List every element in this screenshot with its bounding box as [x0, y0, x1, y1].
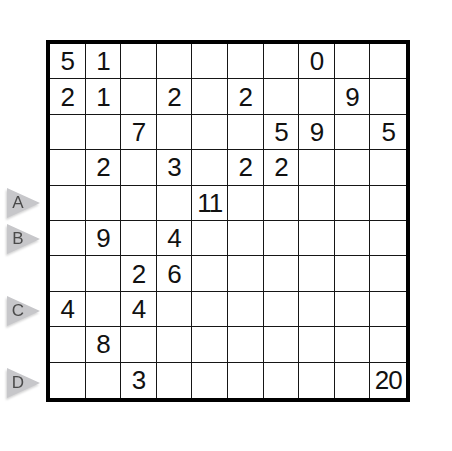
cell-r8c10[interactable]	[370, 292, 406, 327]
answer-row-marker-d: D	[7, 368, 40, 398]
marker-label-a: A	[7, 188, 29, 218]
cell-r9c7[interactable]	[264, 327, 300, 362]
cell-r8c2[interactable]	[86, 292, 122, 327]
cell-r1c9[interactable]	[335, 44, 371, 79]
cell-r10c9[interactable]	[335, 363, 371, 398]
cell-r4c10[interactable]	[370, 150, 406, 185]
cell-r5c7[interactable]	[264, 186, 300, 221]
cell-r2c3[interactable]	[121, 79, 157, 114]
cell-r7c5[interactable]	[192, 256, 228, 291]
cell-r4c7-clue[interactable]: 2	[264, 150, 300, 185]
cell-r9c3[interactable]	[121, 327, 157, 362]
cell-r5c4[interactable]	[157, 186, 193, 221]
cell-r7c8[interactable]	[299, 256, 335, 291]
cell-r2c8[interactable]	[299, 79, 335, 114]
cell-r9c1[interactable]	[50, 327, 86, 362]
answer-row-marker-a: A	[7, 188, 40, 218]
answer-row-marker-c: C	[7, 296, 40, 326]
cell-r1c8-clue[interactable]: 0	[299, 44, 335, 79]
cell-r5c9[interactable]	[335, 186, 371, 221]
puzzle-grid: 5102122975952322119426448320	[46, 40, 410, 402]
cell-r10c8[interactable]	[299, 363, 335, 398]
cell-r8c1-clue[interactable]: 4	[50, 292, 86, 327]
cell-r4c4-clue[interactable]: 3	[157, 150, 193, 185]
marker-label-b: B	[7, 224, 29, 254]
cell-r4c1[interactable]	[50, 150, 86, 185]
cell-r2c5[interactable]	[192, 79, 228, 114]
cell-r10c10-clue[interactable]: 20	[370, 363, 406, 398]
cell-r3c9[interactable]	[335, 115, 371, 150]
cell-r5c2[interactable]	[86, 186, 122, 221]
cell-r9c2-clue[interactable]: 8	[86, 327, 122, 362]
cell-r3c5[interactable]	[192, 115, 228, 150]
cell-r10c7[interactable]	[264, 363, 300, 398]
cell-r3c8-clue[interactable]: 9	[299, 115, 335, 150]
cell-r10c3-clue[interactable]: 3	[121, 363, 157, 398]
cell-r6c6[interactable]	[228, 221, 264, 256]
cell-r5c5-clue[interactable]: 11	[192, 186, 228, 221]
cell-r2c2-clue[interactable]: 1	[86, 79, 122, 114]
cell-r7c3-clue[interactable]: 2	[121, 256, 157, 291]
marker-label-c: C	[7, 296, 29, 326]
cell-r4c5[interactable]	[192, 150, 228, 185]
cell-r6c4-clue[interactable]: 4	[157, 221, 193, 256]
cell-r1c2-clue[interactable]: 1	[86, 44, 122, 79]
cell-r4c8[interactable]	[299, 150, 335, 185]
cell-r4c2-clue[interactable]: 2	[86, 150, 122, 185]
cell-r1c7[interactable]	[264, 44, 300, 79]
cell-r6c2-clue[interactable]: 9	[86, 221, 122, 256]
cell-r8c5[interactable]	[192, 292, 228, 327]
cell-r1c3[interactable]	[121, 44, 157, 79]
cell-r8c8[interactable]	[299, 292, 335, 327]
cell-r6c1[interactable]	[50, 221, 86, 256]
cell-r10c6[interactable]	[228, 363, 264, 398]
cell-r7c7[interactable]	[264, 256, 300, 291]
cell-r3c2[interactable]	[86, 115, 122, 150]
cell-r2c10[interactable]	[370, 79, 406, 114]
cell-r2c6-clue[interactable]: 2	[228, 79, 264, 114]
cell-r9c8[interactable]	[299, 327, 335, 362]
cell-r1c5[interactable]	[192, 44, 228, 79]
cell-r2c4-clue[interactable]: 2	[157, 79, 193, 114]
cell-r2c1-clue[interactable]: 2	[50, 79, 86, 114]
cell-r3c10-clue[interactable]: 5	[370, 115, 406, 150]
cell-r1c6[interactable]	[228, 44, 264, 79]
cell-r8c7[interactable]	[264, 292, 300, 327]
cell-r7c6[interactable]	[228, 256, 264, 291]
cell-r2c7[interactable]	[264, 79, 300, 114]
cell-r5c1[interactable]	[50, 186, 86, 221]
cell-r5c10[interactable]	[370, 186, 406, 221]
cell-r8c6[interactable]	[228, 292, 264, 327]
answer-row-marker-b: B	[7, 224, 40, 254]
cell-r7c9[interactable]	[335, 256, 371, 291]
cell-r4c6-clue[interactable]: 2	[228, 150, 264, 185]
cell-r9c9[interactable]	[335, 327, 371, 362]
cell-r5c8[interactable]	[299, 186, 335, 221]
cell-r1c10[interactable]	[370, 44, 406, 79]
cell-r10c2[interactable]	[86, 363, 122, 398]
cell-r9c4[interactable]	[157, 327, 193, 362]
cell-r10c1[interactable]	[50, 363, 86, 398]
cell-r9c10[interactable]	[370, 327, 406, 362]
cell-r6c8[interactable]	[299, 221, 335, 256]
cell-r8c9[interactable]	[335, 292, 371, 327]
cell-r1c1-clue[interactable]: 5	[50, 44, 86, 79]
cell-r3c4[interactable]	[157, 115, 193, 150]
cell-r3c7-clue[interactable]: 5	[264, 115, 300, 150]
cell-r8c3-clue[interactable]: 4	[121, 292, 157, 327]
cell-r9c6[interactable]	[228, 327, 264, 362]
cell-r6c5[interactable]	[192, 221, 228, 256]
cell-r5c3[interactable]	[121, 186, 157, 221]
cell-r3c1[interactable]	[50, 115, 86, 150]
cell-r6c9[interactable]	[335, 221, 371, 256]
cell-r6c7[interactable]	[264, 221, 300, 256]
cell-r10c4[interactable]	[157, 363, 193, 398]
cell-r2c9-clue[interactable]: 9	[335, 79, 371, 114]
cell-r1c4[interactable]	[157, 44, 193, 79]
cell-r3c6[interactable]	[228, 115, 264, 150]
cell-r7c4-clue[interactable]: 6	[157, 256, 193, 291]
cell-r3c3-clue[interactable]: 7	[121, 115, 157, 150]
cell-r9c5[interactable]	[192, 327, 228, 362]
cell-r10c5[interactable]	[192, 363, 228, 398]
cell-r4c9[interactable]	[335, 150, 371, 185]
cell-r7c2[interactable]	[86, 256, 122, 291]
cell-r7c10[interactable]	[370, 256, 406, 291]
cell-r7c1[interactable]	[50, 256, 86, 291]
cell-r5c6[interactable]	[228, 186, 264, 221]
marker-label-d: D	[7, 368, 29, 398]
cell-r4c3[interactable]	[121, 150, 157, 185]
cell-r8c4[interactable]	[157, 292, 193, 327]
cell-r6c10[interactable]	[370, 221, 406, 256]
cell-r6c3[interactable]	[121, 221, 157, 256]
